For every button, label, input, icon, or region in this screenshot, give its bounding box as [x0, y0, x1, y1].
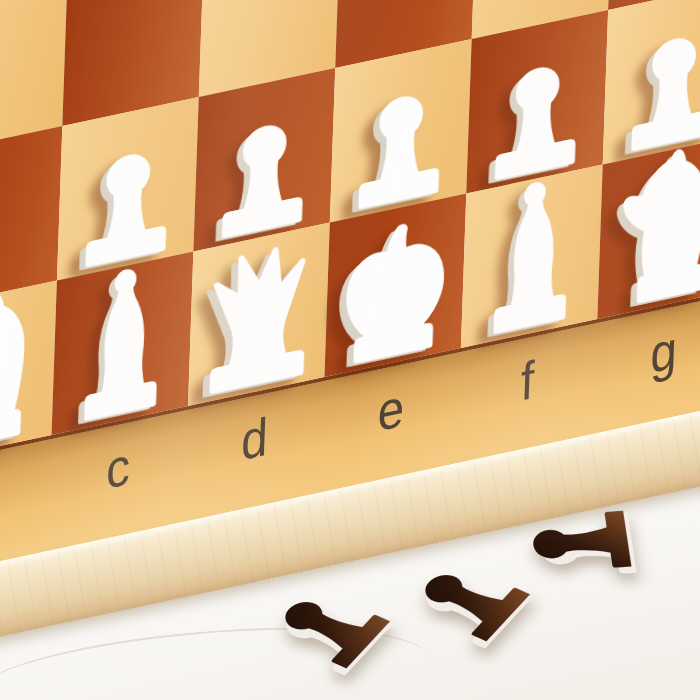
piece-white-bishop-c1: [66, 251, 179, 426]
square-e1: [324, 193, 466, 377]
piece-white-bishop-f1: [476, 164, 589, 339]
piece-white-queen-d1: [194, 221, 325, 400]
piece-white-knight-b1: [0, 274, 46, 457]
square-d1: [188, 222, 330, 406]
piece-white-knight-g1: [608, 129, 700, 312]
piece-white-king-e1: [330, 194, 461, 371]
piece-white-pawn-c2: [69, 105, 187, 273]
square-f1: [461, 164, 603, 348]
square-g1: [597, 135, 700, 319]
piece-white-pawn-d2: [205, 76, 323, 244]
piece-white-pawn-e2: [342, 47, 460, 215]
photo-frame: cdefg: [0, 0, 700, 700]
piece-white-pawn-g2: [615, 0, 700, 157]
loose-pawn-3-magnet-back: [488, 496, 638, 591]
loose-pawn-3: [477, 485, 647, 604]
piece-white-pawn-f2: [478, 18, 596, 186]
square-c1: [52, 251, 194, 435]
